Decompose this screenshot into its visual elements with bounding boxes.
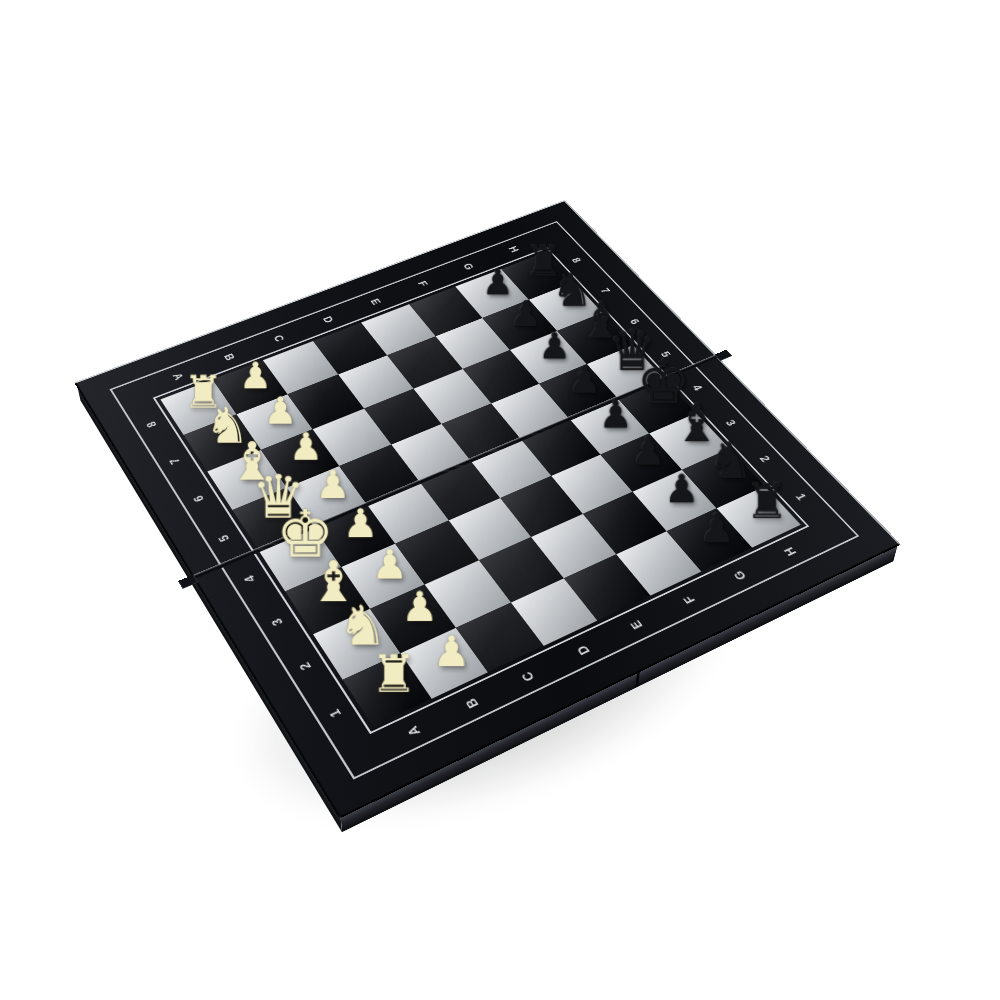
fold-seam-side (635, 670, 640, 688)
product-photo-scene: AABBCCDDEEFFGGHH1122334455667788 ♜♟♟♜♞♟♟… (0, 0, 1000, 1000)
